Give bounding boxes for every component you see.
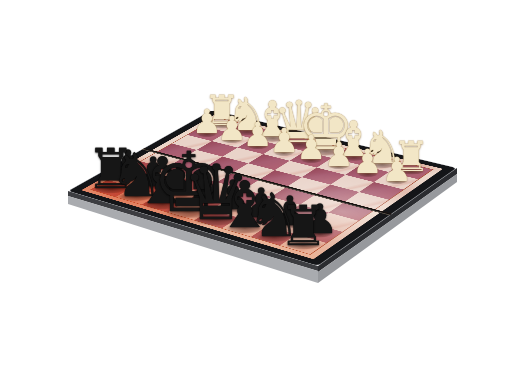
product-photo-stage: ♜♞♟♝♟♛♟♚♟♝♟♞♟♜♟♟♟♟♜♟♞♟♝♟♚♟♛♟♝♟♞♜: [0, 0, 520, 390]
